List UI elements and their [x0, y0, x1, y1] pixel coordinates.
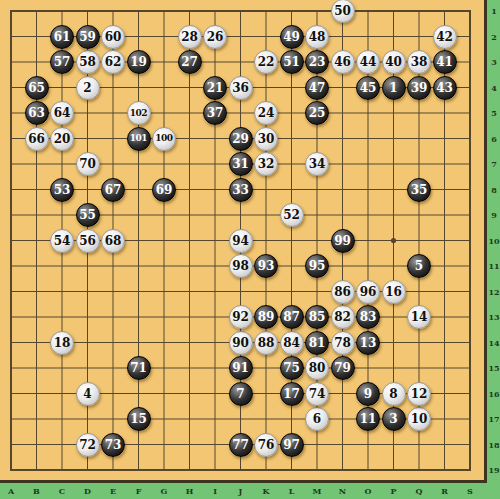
- row-label-16: 16: [488, 389, 500, 399]
- stone-white-move-88: 88: [254, 331, 278, 355]
- stone-black-move-71: 71: [127, 356, 151, 380]
- stone-white-move-90: 90: [229, 331, 253, 355]
- stone-black-move-27: 27: [178, 50, 202, 74]
- stone-white-move-14: 14: [407, 305, 431, 329]
- column-label-S: S: [463, 484, 477, 499]
- stone-black-move-87: 87: [280, 305, 304, 329]
- stone-white-move-8: 8: [382, 382, 406, 406]
- stone-white-move-4: 4: [76, 382, 100, 406]
- stone-black-move-99: 99: [331, 229, 355, 253]
- stone-white-move-78: 78: [331, 331, 355, 355]
- stone-white-move-84: 84: [280, 331, 304, 355]
- column-label-M: M: [310, 484, 324, 499]
- column-label-R: R: [438, 484, 452, 499]
- column-label-A: A: [4, 484, 18, 499]
- stone-white-move-40: 40: [382, 50, 406, 74]
- stone-black-move-33: 33: [229, 178, 253, 202]
- column-label-D: D: [81, 484, 95, 499]
- stone-white-move-38: 38: [407, 50, 431, 74]
- row-label-9: 9: [488, 210, 500, 220]
- stone-black-move-59: 59: [76, 25, 100, 49]
- column-label-F: F: [132, 484, 146, 499]
- row-label-15: 15: [488, 363, 500, 373]
- stone-white-move-72: 72: [76, 433, 100, 457]
- column-label-E: E: [106, 484, 120, 499]
- stone-white-move-98: 98: [229, 254, 253, 278]
- stone-black-move-25: 25: [305, 101, 329, 125]
- go-board[interactable]: 1234567891011121314151617181920212223242…: [0, 0, 487, 483]
- go-game-diagram: 1234567891011121314151617181920212223242…: [0, 0, 500, 499]
- stone-black-move-49: 49: [280, 25, 304, 49]
- stone-black-move-19: 19: [127, 50, 151, 74]
- stone-black-move-55: 55: [76, 203, 100, 227]
- stone-white-move-70: 70: [76, 152, 100, 176]
- stone-white-move-50: 50: [331, 0, 355, 23]
- stone-white-move-42: 42: [433, 25, 457, 49]
- stone-black-move-95: 95: [305, 254, 329, 278]
- stone-white-move-18: 18: [50, 331, 74, 355]
- stone-black-move-41: 41: [433, 50, 457, 74]
- stone-black-move-1: 1: [382, 76, 406, 100]
- stone-white-move-10: 10: [407, 407, 431, 431]
- stone-black-move-5: 5: [407, 254, 431, 278]
- stone-black-move-39: 39: [407, 76, 431, 100]
- row-label-12: 12: [488, 287, 500, 297]
- stone-black-move-93: 93: [254, 254, 278, 278]
- stone-white-move-58: 58: [76, 50, 100, 74]
- row-label-2: 2: [488, 32, 500, 42]
- row-label-8: 8: [488, 185, 500, 195]
- column-label-K: K: [259, 484, 273, 499]
- stone-white-move-48: 48: [305, 25, 329, 49]
- stone-black-move-63: 63: [25, 101, 49, 125]
- stone-white-move-60: 60: [101, 25, 125, 49]
- row-label-10: 10: [488, 236, 500, 246]
- stone-black-move-65: 65: [25, 76, 49, 100]
- column-label-B: B: [30, 484, 44, 499]
- column-label-O: O: [361, 484, 375, 499]
- stone-black-move-21: 21: [203, 76, 227, 100]
- stone-white-move-102: 102: [127, 101, 151, 125]
- row-label-19: 19: [488, 465, 500, 475]
- stone-black-move-57: 57: [50, 50, 74, 74]
- column-label-L: L: [285, 484, 299, 499]
- stone-black-move-13: 13: [356, 331, 380, 355]
- column-label-C: C: [55, 484, 69, 499]
- stone-black-move-53: 53: [50, 178, 74, 202]
- stone-black-move-101: 101: [127, 127, 151, 151]
- column-label-Q: Q: [412, 484, 426, 499]
- stone-white-move-94: 94: [229, 229, 253, 253]
- stone-white-move-56: 56: [76, 229, 100, 253]
- row-label-7: 7: [488, 159, 500, 169]
- stone-black-move-31: 31: [229, 152, 253, 176]
- stone-white-move-68: 68: [101, 229, 125, 253]
- column-label-G: G: [157, 484, 171, 499]
- stone-white-move-22: 22: [254, 50, 278, 74]
- stone-black-move-23: 23: [305, 50, 329, 74]
- stone-black-move-69: 69: [152, 178, 176, 202]
- stone-white-move-34: 34: [305, 152, 329, 176]
- stone-white-move-74: 74: [305, 382, 329, 406]
- stone-black-move-75: 75: [280, 356, 304, 380]
- stone-black-move-29: 29: [229, 127, 253, 151]
- stone-black-move-17: 17: [280, 382, 304, 406]
- stone-white-move-92: 92: [229, 305, 253, 329]
- stone-white-move-44: 44: [356, 50, 380, 74]
- column-label-I: I: [208, 484, 222, 499]
- row-label-18: 18: [488, 440, 500, 450]
- stone-white-move-30: 30: [254, 127, 278, 151]
- row-label-17: 17: [488, 414, 500, 424]
- column-label-H: H: [183, 484, 197, 499]
- stone-white-move-32: 32: [254, 152, 278, 176]
- stone-black-move-15: 15: [127, 407, 151, 431]
- stone-black-move-43: 43: [433, 76, 457, 100]
- stone-black-move-11: 11: [356, 407, 380, 431]
- row-label-6: 6: [488, 134, 500, 144]
- row-label-4: 4: [488, 83, 500, 93]
- stone-white-move-36: 36: [229, 76, 253, 100]
- stone-white-move-64: 64: [50, 101, 74, 125]
- stone-black-move-77: 77: [229, 433, 253, 457]
- column-label-J: J: [234, 484, 248, 499]
- stone-black-move-47: 47: [305, 76, 329, 100]
- row-label-11: 11: [488, 261, 500, 271]
- column-label-P: P: [387, 484, 401, 499]
- row-label-1: 1: [488, 6, 500, 16]
- stone-black-move-35: 35: [407, 178, 431, 202]
- stone-black-move-89: 89: [254, 305, 278, 329]
- stone-black-move-67: 67: [101, 178, 125, 202]
- stone-white-move-20: 20: [50, 127, 74, 151]
- stone-white-move-100: 100: [152, 127, 176, 151]
- stone-white-move-86: 86: [331, 280, 355, 304]
- stone-black-move-91: 91: [229, 356, 253, 380]
- stone-white-move-80: 80: [305, 356, 329, 380]
- stone-black-move-61: 61: [50, 25, 74, 49]
- stone-black-move-7: 7: [229, 382, 253, 406]
- stone-black-move-45: 45: [356, 76, 380, 100]
- stone-black-move-3: 3: [382, 407, 406, 431]
- stone-white-move-28: 28: [178, 25, 202, 49]
- row-label-13: 13: [488, 312, 500, 322]
- stone-white-move-16: 16: [382, 280, 406, 304]
- stone-black-move-73: 73: [101, 433, 125, 457]
- stone-white-move-46: 46: [331, 50, 355, 74]
- column-label-N: N: [336, 484, 350, 499]
- row-label-14: 14: [488, 338, 500, 348]
- stone-white-move-2: 2: [76, 76, 100, 100]
- stone-black-move-37: 37: [203, 101, 227, 125]
- stone-white-move-12: 12: [407, 382, 431, 406]
- stone-white-move-66: 66: [25, 127, 49, 151]
- stone-white-move-82: 82: [331, 305, 355, 329]
- stone-white-move-6: 6: [305, 407, 329, 431]
- stone-white-move-54: 54: [50, 229, 74, 253]
- stone-white-move-52: 52: [280, 203, 304, 227]
- row-label-5: 5: [488, 108, 500, 118]
- stone-black-move-9: 9: [356, 382, 380, 406]
- stone-black-move-85: 85: [305, 305, 329, 329]
- stone-black-move-97: 97: [280, 433, 304, 457]
- stone-black-move-79: 79: [331, 356, 355, 380]
- stone-white-move-96: 96: [356, 280, 380, 304]
- stone-white-move-62: 62: [101, 50, 125, 74]
- stone-black-move-81: 81: [305, 331, 329, 355]
- stone-white-move-76: 76: [254, 433, 278, 457]
- stone-white-move-26: 26: [203, 25, 227, 49]
- stone-black-move-51: 51: [280, 50, 304, 74]
- row-label-3: 3: [488, 57, 500, 67]
- stone-black-move-83: 83: [356, 305, 380, 329]
- stone-white-move-24: 24: [254, 101, 278, 125]
